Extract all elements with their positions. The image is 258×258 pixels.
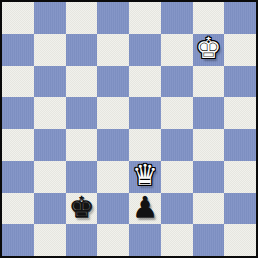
square-g4[interactable] (193, 129, 225, 161)
square-b1[interactable] (34, 224, 66, 256)
square-f2[interactable] (161, 193, 193, 225)
square-e3[interactable]: ♛ (129, 161, 161, 193)
square-h7[interactable] (224, 34, 256, 66)
square-c4[interactable] (66, 129, 98, 161)
square-h6[interactable] (224, 66, 256, 98)
square-d6[interactable] (97, 66, 129, 98)
square-g5[interactable] (193, 97, 225, 129)
square-b2[interactable] (34, 193, 66, 225)
square-g7[interactable]: ♚ (193, 34, 225, 66)
square-a2[interactable] (2, 193, 34, 225)
square-h2[interactable] (224, 193, 256, 225)
square-e6[interactable] (129, 66, 161, 98)
square-e8[interactable] (129, 2, 161, 34)
square-b8[interactable] (34, 2, 66, 34)
square-b5[interactable] (34, 97, 66, 129)
square-g2[interactable] (193, 193, 225, 225)
square-f1[interactable] (161, 224, 193, 256)
square-h5[interactable] (224, 97, 256, 129)
square-d5[interactable] (97, 97, 129, 129)
square-e7[interactable] (129, 34, 161, 66)
square-c1[interactable] (66, 224, 98, 256)
square-c6[interactable] (66, 66, 98, 98)
square-b6[interactable] (34, 66, 66, 98)
square-a1[interactable] (2, 224, 34, 256)
square-f3[interactable] (161, 161, 193, 193)
square-e1[interactable] (129, 224, 161, 256)
square-a7[interactable] (2, 34, 34, 66)
square-d4[interactable] (97, 129, 129, 161)
square-d8[interactable] (97, 2, 129, 34)
square-d3[interactable] (97, 161, 129, 193)
board-grid: ♚♛♚♟ (2, 2, 256, 256)
square-g8[interactable] (193, 2, 225, 34)
square-h4[interactable] (224, 129, 256, 161)
square-e2[interactable]: ♟ (129, 193, 161, 225)
white-king[interactable]: ♚ (195, 34, 221, 63)
white-queen[interactable]: ♛ (132, 161, 158, 190)
square-b4[interactable] (34, 129, 66, 161)
square-g6[interactable] (193, 66, 225, 98)
square-c2[interactable]: ♚ (66, 193, 98, 225)
square-h3[interactable] (224, 161, 256, 193)
square-a3[interactable] (2, 161, 34, 193)
square-f7[interactable] (161, 34, 193, 66)
square-g1[interactable] (193, 224, 225, 256)
square-d2[interactable] (97, 193, 129, 225)
square-c3[interactable] (66, 161, 98, 193)
square-e5[interactable] (129, 97, 161, 129)
square-a6[interactable] (2, 66, 34, 98)
square-e4[interactable] (129, 129, 161, 161)
black-pawn[interactable]: ♟ (132, 193, 158, 222)
square-c5[interactable] (66, 97, 98, 129)
square-f8[interactable] (161, 2, 193, 34)
black-king[interactable]: ♚ (68, 193, 94, 222)
square-d7[interactable] (97, 34, 129, 66)
square-g3[interactable] (193, 161, 225, 193)
square-c8[interactable] (66, 2, 98, 34)
square-f5[interactable] (161, 97, 193, 129)
square-d1[interactable] (97, 224, 129, 256)
square-b3[interactable] (34, 161, 66, 193)
square-b7[interactable] (34, 34, 66, 66)
square-a4[interactable] (2, 129, 34, 161)
square-f4[interactable] (161, 129, 193, 161)
chess-board: ♚♛♚♟ (0, 0, 258, 258)
square-a8[interactable] (2, 2, 34, 34)
square-c7[interactable] (66, 34, 98, 66)
square-a5[interactable] (2, 97, 34, 129)
square-h1[interactable] (224, 224, 256, 256)
square-f6[interactable] (161, 66, 193, 98)
square-h8[interactable] (224, 2, 256, 34)
